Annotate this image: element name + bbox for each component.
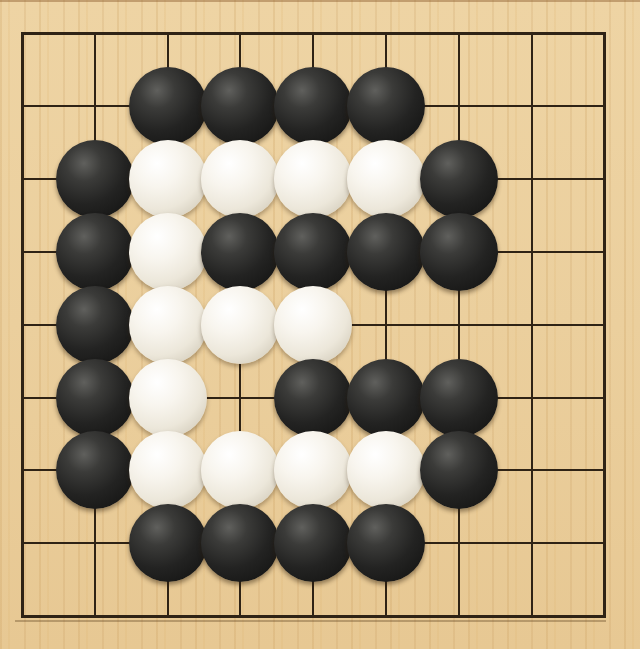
white-stone[interactable]: [129, 359, 207, 437]
white-stone[interactable]: [129, 140, 207, 218]
white-stone[interactable]: [201, 140, 279, 218]
black-stone[interactable]: [420, 431, 498, 509]
black-stone[interactable]: [274, 213, 352, 291]
black-stone[interactable]: [201, 67, 279, 145]
black-stone[interactable]: [56, 359, 134, 437]
board-top-edge: [0, 0, 640, 2]
black-stone[interactable]: [420, 140, 498, 218]
white-stone[interactable]: [274, 286, 352, 364]
black-stone[interactable]: [274, 504, 352, 582]
black-stone[interactable]: [56, 286, 134, 364]
black-stone[interactable]: [201, 504, 279, 582]
white-stone[interactable]: [274, 431, 352, 509]
black-stone[interactable]: [274, 67, 352, 145]
black-stone[interactable]: [129, 504, 207, 582]
white-stone[interactable]: [201, 431, 279, 509]
black-stone[interactable]: [347, 504, 425, 582]
black-stone[interactable]: [56, 431, 134, 509]
grid-line-vertical: [603, 32, 606, 618]
black-stone[interactable]: [420, 359, 498, 437]
white-stone[interactable]: [347, 140, 425, 218]
black-stone[interactable]: [56, 213, 134, 291]
white-stone[interactable]: [201, 286, 279, 364]
white-stone[interactable]: [274, 140, 352, 218]
board-border-shadow: [15, 620, 606, 622]
black-stone[interactable]: [201, 213, 279, 291]
grid-line-vertical: [531, 32, 533, 618]
black-stone[interactable]: [347, 213, 425, 291]
white-stone[interactable]: [129, 431, 207, 509]
white-stone[interactable]: [347, 431, 425, 509]
black-stone[interactable]: [347, 67, 425, 145]
grid-line-vertical: [458, 32, 460, 618]
black-stone[interactable]: [274, 359, 352, 437]
white-stone[interactable]: [129, 286, 207, 364]
white-stone[interactable]: [129, 213, 207, 291]
grid-line-horizontal: [21, 615, 606, 618]
black-stone[interactable]: [420, 213, 498, 291]
go-board[interactable]: [0, 0, 640, 649]
black-stone[interactable]: [56, 140, 134, 218]
black-stone[interactable]: [129, 67, 207, 145]
black-stone[interactable]: [347, 359, 425, 437]
